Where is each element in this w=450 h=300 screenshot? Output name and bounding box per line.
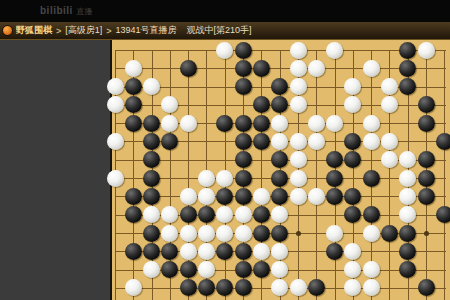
stone-black: [235, 151, 252, 168]
stone-white: [363, 115, 380, 132]
stone-black: [161, 261, 178, 278]
stone-black: [125, 115, 142, 132]
stone-black: [399, 78, 416, 95]
stones-layer: [115, 50, 450, 300]
stone-black: [198, 279, 215, 296]
stone-black: [344, 188, 361, 205]
stone-white: [363, 279, 380, 296]
stone-black: [326, 170, 343, 187]
stone-black: [180, 261, 197, 278]
stone-white: [107, 96, 124, 113]
stone-black: [125, 78, 142, 95]
stone-black: [418, 115, 435, 132]
stone-white: [399, 151, 416, 168]
stone-black: [326, 151, 343, 168]
stone-black: [363, 170, 380, 187]
stone-black: [198, 206, 215, 223]
stone-black: [253, 96, 270, 113]
stone-white: [271, 261, 288, 278]
stone-white: [381, 78, 398, 95]
stone-white: [198, 225, 215, 242]
go-board[interactable]: [110, 40, 450, 300]
stone-white: [308, 188, 325, 205]
hoshi-star-point: [424, 231, 429, 236]
spectate-status: 观战中[第210手]: [187, 24, 252, 37]
stone-white: [180, 188, 197, 205]
breadcrumb-room-category[interactable]: [高级房1]: [65, 24, 102, 37]
stone-white: [180, 243, 197, 260]
stone-black: [418, 151, 435, 168]
stone-black: [143, 115, 160, 132]
stone-white: [344, 261, 361, 278]
stone-white: [381, 151, 398, 168]
stone-black: [363, 206, 380, 223]
stone-white: [143, 261, 160, 278]
stone-white: [107, 170, 124, 187]
stone-white: [216, 42, 233, 59]
stone-white: [180, 115, 197, 132]
stone-black: [216, 243, 233, 260]
stone-black: [143, 225, 160, 242]
stone-black: [235, 133, 252, 150]
stone-white: [308, 115, 325, 132]
stone-white: [216, 225, 233, 242]
stone-white: [290, 151, 307, 168]
stone-white: [198, 243, 215, 260]
stone-black: [235, 170, 252, 187]
stream-watermark: bilibili直播: [40, 5, 93, 17]
stone-black: [399, 60, 416, 77]
stone-white: [363, 225, 380, 242]
stone-black: [436, 206, 450, 223]
breadcrumb-room-name[interactable]: 13941号直播房: [116, 24, 177, 37]
stone-black: [125, 188, 142, 205]
stone-white: [381, 96, 398, 113]
stone-white: [198, 261, 215, 278]
stone-white: [107, 78, 124, 95]
stone-black: [180, 60, 197, 77]
stone-black: [271, 151, 288, 168]
stone-white: [290, 42, 307, 59]
stone-white: [381, 133, 398, 150]
stone-white: [308, 60, 325, 77]
stone-black: [418, 279, 435, 296]
stone-white: [418, 42, 435, 59]
fox-app-icon: [2, 25, 13, 36]
stone-white: [290, 78, 307, 95]
breadcrumb-separator: >: [56, 26, 61, 36]
stone-white: [161, 96, 178, 113]
stone-white: [290, 170, 307, 187]
stone-black: [418, 96, 435, 113]
stone-white: [271, 279, 288, 296]
stone-black: [399, 225, 416, 242]
stone-black: [344, 133, 361, 150]
stone-black: [235, 243, 252, 260]
stone-white: [344, 96, 361, 113]
stone-black: [271, 78, 288, 95]
stone-black: [235, 261, 252, 278]
stone-black: [216, 115, 233, 132]
stone-black: [161, 133, 178, 150]
stone-black: [344, 206, 361, 223]
stone-black: [381, 225, 398, 242]
stone-white: [235, 206, 252, 223]
stone-white: [290, 96, 307, 113]
stone-white: [161, 206, 178, 223]
stone-black: [344, 151, 361, 168]
stone-white: [216, 206, 233, 223]
stone-black: [308, 279, 325, 296]
stone-black: [271, 96, 288, 113]
breadcrumb-app-name[interactable]: 野狐围棋: [16, 24, 52, 37]
stone-white: [161, 115, 178, 132]
stone-black: [143, 188, 160, 205]
stone-white: [363, 133, 380, 150]
stream-logo-suffix: 直播: [76, 7, 93, 16]
stone-black: [143, 170, 160, 187]
stone-black: [436, 133, 450, 150]
stone-black: [143, 151, 160, 168]
stone-white: [399, 170, 416, 187]
stone-black: [418, 188, 435, 205]
stone-black: [161, 243, 178, 260]
hoshi-star-point: [296, 231, 301, 236]
stone-black: [143, 133, 160, 150]
stone-black: [253, 133, 270, 150]
stone-black: [125, 96, 142, 113]
stone-black: [143, 243, 160, 260]
stone-black: [326, 188, 343, 205]
stone-black: [253, 261, 270, 278]
stone-black: [399, 243, 416, 260]
stone-white: [271, 115, 288, 132]
stone-black: [399, 261, 416, 278]
stone-white: [198, 188, 215, 205]
stone-white: [344, 279, 361, 296]
stone-black: [253, 206, 270, 223]
stone-black: [235, 279, 252, 296]
stone-black: [253, 60, 270, 77]
stone-white: [344, 78, 361, 95]
stone-black: [253, 225, 270, 242]
stone-white: [235, 225, 252, 242]
stone-white: [290, 60, 307, 77]
stone-white: [326, 225, 343, 242]
stone-white: [216, 170, 233, 187]
stone-white: [143, 78, 160, 95]
stone-white: [326, 42, 343, 59]
stone-white: [107, 133, 124, 150]
stone-black: [271, 170, 288, 187]
stone-white: [125, 60, 142, 77]
stone-black: [125, 243, 142, 260]
stone-black: [271, 225, 288, 242]
stone-black: [180, 279, 197, 296]
stone-black: [216, 188, 233, 205]
stone-black: [235, 78, 252, 95]
stone-white: [399, 206, 416, 223]
stone-white: [253, 243, 270, 260]
stone-white: [198, 170, 215, 187]
stone-white: [326, 115, 343, 132]
breadcrumb-separator: >: [106, 26, 111, 36]
stone-white: [271, 243, 288, 260]
stone-white: [308, 133, 325, 150]
stone-white: [363, 60, 380, 77]
stone-white: [161, 225, 178, 242]
stone-black: [326, 243, 343, 260]
stone-white: [290, 279, 307, 296]
stone-black: [235, 42, 252, 59]
stone-white: [143, 206, 160, 223]
stone-white: [344, 243, 361, 260]
stream-logo: bilibili: [40, 5, 73, 16]
stone-black: [399, 42, 416, 59]
stone-white: [271, 133, 288, 150]
stone-white: [271, 206, 288, 223]
breadcrumb-bar: 野狐围棋 > [高级房1] > 13941号直播房 观战中[第210手]: [0, 22, 450, 40]
stone-white: [363, 261, 380, 278]
go-client-window: bilibili直播 野狐围棋 > [高级房1] > 13941号直播房 观战中…: [0, 0, 450, 300]
stone-white: [399, 188, 416, 205]
stone-black: [216, 279, 233, 296]
stone-white: [253, 188, 270, 205]
stone-black: [180, 206, 197, 223]
stone-black: [235, 115, 252, 132]
stone-white: [290, 188, 307, 205]
stone-black: [418, 170, 435, 187]
stone-black: [125, 206, 142, 223]
stone-white: [125, 279, 142, 296]
stone-white: [290, 133, 307, 150]
stone-black: [235, 60, 252, 77]
title-bar: bilibili直播: [0, 0, 450, 22]
stone-black: [235, 188, 252, 205]
stone-black: [271, 188, 288, 205]
stone-white: [180, 225, 197, 242]
stone-black: [253, 115, 270, 132]
